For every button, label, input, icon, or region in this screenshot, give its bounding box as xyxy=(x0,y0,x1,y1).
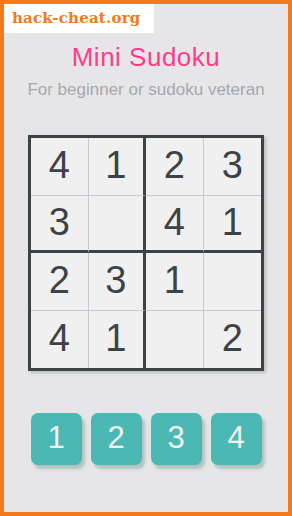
sudoku-board: 4123341231412 xyxy=(28,135,264,371)
number-pad: 1234 xyxy=(4,413,288,465)
number-button-3[interactable]: 3 xyxy=(151,413,202,465)
sudoku-cell-r3c2[interactable]: 3 xyxy=(89,253,147,311)
sudoku-cell-r2c4[interactable]: 1 xyxy=(204,196,262,254)
page-subtitle: For beginner or sudoku veteran xyxy=(4,80,288,100)
sudoku-cell-r3c1[interactable]: 2 xyxy=(31,253,89,311)
number-button-4[interactable]: 4 xyxy=(211,413,262,465)
sudoku-cell-r2c3[interactable]: 4 xyxy=(146,196,204,254)
sudoku-cell-r1c1[interactable]: 4 xyxy=(31,138,89,196)
sudoku-cell-r3c3[interactable]: 1 xyxy=(146,253,204,311)
sudoku-cell-r1c4[interactable]: 3 xyxy=(204,138,262,196)
sudoku-cell-r1c2[interactable]: 1 xyxy=(89,138,147,196)
sudoku-cell-r4c4[interactable]: 2 xyxy=(204,311,262,369)
page-title: Mini Sudoku xyxy=(4,42,288,73)
sudoku-cell-r1c3[interactable]: 2 xyxy=(146,138,204,196)
sudoku-cell-r3c4[interactable] xyxy=(204,253,262,311)
sudoku-cell-r4c1[interactable]: 4 xyxy=(31,311,89,369)
sudoku-cell-r4c2[interactable]: 1 xyxy=(89,311,147,369)
sudoku-cell-r2c2[interactable] xyxy=(89,196,147,254)
sudoku-cell-r2c1[interactable]: 3 xyxy=(31,196,89,254)
app-window: Mini Sudoku For beginner or sudoku veter… xyxy=(0,0,292,516)
sudoku-cell-r4c3[interactable] xyxy=(146,311,204,369)
number-button-1[interactable]: 1 xyxy=(31,413,82,465)
number-button-2[interactable]: 2 xyxy=(91,413,142,465)
watermark-label: hack-cheat.org xyxy=(4,4,154,33)
